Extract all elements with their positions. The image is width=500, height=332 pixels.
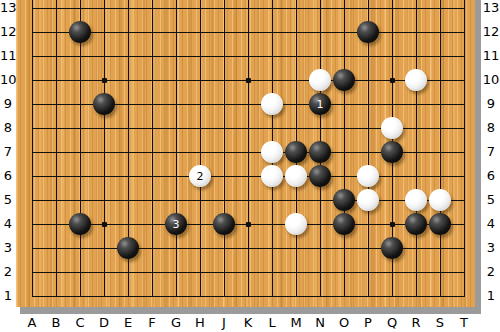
row-label-left-3: 3 bbox=[0, 240, 16, 256]
column-label-F: F bbox=[140, 314, 164, 331]
black-stone-R4 bbox=[405, 213, 427, 235]
column-label-B: B bbox=[44, 314, 68, 331]
black-stone-C12 bbox=[69, 21, 91, 43]
column-label-D: D bbox=[92, 314, 116, 331]
column-label-R: R bbox=[404, 314, 428, 331]
black-stone-N9-move-1: 1 bbox=[309, 93, 331, 115]
row-label-right-5: 5 bbox=[482, 192, 500, 208]
column-label-S: S bbox=[428, 314, 452, 331]
row-label-right-8: 8 bbox=[482, 120, 500, 136]
white-stone-M6 bbox=[285, 165, 307, 187]
white-stone-M4 bbox=[285, 213, 307, 235]
black-stone-D9 bbox=[93, 93, 115, 115]
row-label-right-3: 3 bbox=[482, 240, 500, 256]
row-label-left-11: 11 bbox=[0, 48, 16, 64]
white-stone-L6 bbox=[261, 165, 283, 187]
white-stone-L7 bbox=[261, 141, 283, 163]
black-stone-N6 bbox=[309, 165, 331, 187]
board-shadow-bottom bbox=[20, 307, 481, 314]
go-board[interactable]: 132 bbox=[16, 0, 475, 307]
row-label-right-6: 6 bbox=[482, 168, 500, 184]
stones-grid: 132 bbox=[20, 0, 476, 308]
column-label-Q: Q bbox=[380, 314, 404, 331]
column-label-N: N bbox=[308, 314, 332, 331]
column-label-P: P bbox=[356, 314, 380, 331]
white-stone-P6 bbox=[357, 165, 379, 187]
column-label-K: K bbox=[236, 314, 260, 331]
column-label-H: H bbox=[188, 314, 212, 331]
row-label-left-6: 6 bbox=[0, 168, 16, 184]
column-label-M: M bbox=[284, 314, 308, 331]
column-label-L: L bbox=[260, 314, 284, 331]
go-app-window: 132 13121110987654321 13121110987654321 … bbox=[0, 0, 500, 332]
row-label-left-10: 10 bbox=[0, 72, 16, 88]
column-label-T: T bbox=[452, 314, 476, 331]
star-point-Q4 bbox=[390, 222, 395, 227]
black-stone-Q3 bbox=[381, 237, 403, 259]
black-stone-G4-move-3: 3 bbox=[165, 213, 187, 235]
row-label-left-5: 5 bbox=[0, 192, 16, 208]
white-stone-L9 bbox=[261, 93, 283, 115]
row-label-left-2: 2 bbox=[0, 264, 16, 280]
row-label-right-11: 11 bbox=[482, 48, 500, 64]
black-stone-P12 bbox=[357, 21, 379, 43]
row-label-left-13: 13 bbox=[0, 0, 16, 16]
white-stone-R10 bbox=[405, 69, 427, 91]
row-label-right-13: 13 bbox=[482, 0, 500, 16]
row-label-right-10: 10 bbox=[482, 72, 500, 88]
star-point-Q10 bbox=[390, 78, 395, 83]
row-label-left-12: 12 bbox=[0, 24, 16, 40]
row-label-left-8: 8 bbox=[0, 120, 16, 136]
row-label-left-4: 4 bbox=[0, 216, 16, 232]
white-stone-R5 bbox=[405, 189, 427, 211]
column-label-O: O bbox=[332, 314, 356, 331]
star-point-K10 bbox=[246, 78, 251, 83]
black-stone-O10 bbox=[333, 69, 355, 91]
column-label-E: E bbox=[116, 314, 140, 331]
black-stone-M7 bbox=[285, 141, 307, 163]
black-stone-J4 bbox=[213, 213, 235, 235]
row-label-right-9: 9 bbox=[482, 96, 500, 112]
row-label-right-7: 7 bbox=[482, 144, 500, 160]
star-point-D10 bbox=[102, 78, 107, 83]
black-stone-C4 bbox=[69, 213, 91, 235]
star-point-D4 bbox=[102, 222, 107, 227]
black-stone-Q7 bbox=[381, 141, 403, 163]
white-stone-S5 bbox=[429, 189, 451, 211]
black-stone-S4 bbox=[429, 213, 451, 235]
star-point-K4 bbox=[246, 222, 251, 227]
column-label-A: A bbox=[20, 314, 44, 331]
black-stone-O5 bbox=[333, 189, 355, 211]
row-label-right-12: 12 bbox=[482, 24, 500, 40]
black-stone-E3 bbox=[117, 237, 139, 259]
black-stone-O4 bbox=[333, 213, 355, 235]
column-label-G: G bbox=[164, 314, 188, 331]
column-label-C: C bbox=[68, 314, 92, 331]
row-label-left-1: 1 bbox=[0, 288, 16, 304]
column-label-J: J bbox=[212, 314, 236, 331]
row-label-right-1: 1 bbox=[482, 288, 500, 304]
white-stone-N10 bbox=[309, 69, 331, 91]
black-stone-N7 bbox=[309, 141, 331, 163]
row-label-left-7: 7 bbox=[0, 144, 16, 160]
white-stone-P5 bbox=[357, 189, 379, 211]
row-label-right-2: 2 bbox=[482, 264, 500, 280]
white-stone-H6-move-2: 2 bbox=[189, 165, 211, 187]
white-stone-Q8 bbox=[381, 117, 403, 139]
row-label-left-9: 9 bbox=[0, 96, 16, 112]
row-label-right-4: 4 bbox=[482, 216, 500, 232]
